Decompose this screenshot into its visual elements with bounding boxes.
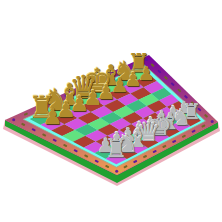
- chess-set-photo: ♜♞♟♝♟♟♚♟♛♟♝♟♞♟♟♜♟♜♟♟♞♟♝♟♚♟♛♟♝♟♞♜: [0, 0, 222, 222]
- chess-board: [0, 0, 222, 222]
